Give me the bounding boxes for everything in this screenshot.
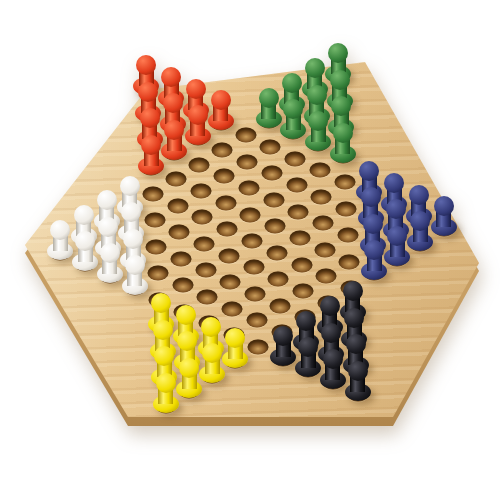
board-hole[interactable]	[146, 239, 167, 254]
peg-head	[186, 79, 206, 99]
peg-head	[348, 361, 368, 381]
peg-black[interactable]	[270, 326, 296, 366]
board-hole[interactable]	[314, 242, 335, 257]
board-hole[interactable]	[142, 186, 163, 201]
peg-head	[123, 229, 143, 249]
peg-head	[120, 176, 140, 196]
peg-green[interactable]	[256, 88, 282, 128]
board-hole[interactable]	[242, 234, 263, 249]
peg-head	[409, 185, 429, 205]
peg-head	[305, 58, 325, 78]
peg-head	[188, 105, 208, 125]
board-hole[interactable]	[237, 154, 258, 169]
peg-red[interactable]	[185, 105, 211, 145]
board-hole[interactable]	[238, 181, 259, 196]
product-photo	[0, 0, 500, 500]
peg-head	[201, 317, 221, 337]
board-hole[interactable]	[339, 254, 360, 269]
board-hole[interactable]	[285, 151, 306, 166]
peg-head	[282, 73, 302, 93]
peg-head	[141, 135, 161, 155]
peg-head	[259, 88, 279, 108]
board-hole[interactable]	[218, 248, 239, 263]
board-hole[interactable]	[268, 272, 289, 287]
peg-head	[125, 255, 145, 275]
peg-head	[321, 323, 341, 343]
board-hole[interactable]	[212, 142, 233, 157]
board-hole[interactable]	[263, 192, 284, 207]
peg-red[interactable]	[208, 90, 234, 130]
board-hole[interactable]	[215, 195, 236, 210]
board-hole[interactable]	[147, 266, 168, 281]
board-hole[interactable]	[222, 301, 243, 316]
peg-head	[98, 217, 118, 237]
board-hole[interactable]	[170, 251, 191, 266]
board-hole[interactable]	[311, 189, 332, 204]
board-hole[interactable]	[336, 201, 357, 216]
peg-blue[interactable]	[407, 211, 433, 251]
board-hole[interactable]	[288, 204, 309, 219]
board-hole[interactable]	[167, 198, 188, 213]
board-hole[interactable]	[334, 175, 355, 190]
peg-head	[323, 349, 343, 369]
board-hole[interactable]	[289, 231, 310, 246]
peg-white[interactable]	[72, 231, 98, 271]
peg-head	[153, 320, 173, 340]
peg-head	[179, 358, 199, 378]
peg-head	[387, 226, 407, 246]
board-hole[interactable]	[197, 289, 218, 304]
board-hole[interactable]	[240, 207, 261, 222]
peg-blue[interactable]	[384, 226, 410, 266]
board-hole[interactable]	[189, 157, 210, 172]
board-hole[interactable]	[144, 213, 165, 228]
board-hole[interactable]	[245, 286, 266, 301]
board-hole[interactable]	[235, 128, 256, 143]
board-hole[interactable]	[194, 236, 215, 251]
board-hole[interactable]	[286, 178, 307, 193]
board-hole[interactable]	[246, 313, 267, 328]
peg-yellow[interactable]	[222, 328, 248, 368]
peg-white[interactable]	[97, 243, 123, 283]
board-hole[interactable]	[166, 172, 187, 187]
peg-head	[176, 305, 196, 325]
peg-blue[interactable]	[431, 196, 457, 236]
board-hole[interactable]	[265, 219, 286, 234]
board-hole[interactable]	[270, 298, 291, 313]
peg-head	[363, 214, 383, 234]
peg-head	[273, 326, 293, 346]
board-hole[interactable]	[169, 225, 190, 240]
peg-head	[386, 199, 406, 219]
peg-black[interactable]	[320, 349, 346, 389]
board-hole[interactable]	[190, 184, 211, 199]
peg-head	[74, 205, 94, 225]
board-hole[interactable]	[260, 139, 281, 154]
peg-yellow[interactable]	[199, 343, 225, 383]
peg-yellow[interactable]	[153, 373, 179, 413]
peg-red[interactable]	[138, 135, 164, 175]
peg-black[interactable]	[345, 361, 371, 401]
peg-head	[140, 108, 160, 128]
peg-red[interactable]	[161, 120, 187, 160]
peg-head	[384, 173, 404, 193]
board-hole[interactable]	[261, 166, 282, 181]
peg-green[interactable]	[330, 123, 356, 163]
board-hole[interactable]	[309, 163, 330, 178]
board-hole[interactable]	[316, 269, 337, 284]
board-hole[interactable]	[337, 228, 358, 243]
peg-white[interactable]	[122, 255, 148, 295]
board-hole[interactable]	[293, 283, 314, 298]
peg-head	[330, 70, 350, 90]
peg-green[interactable]	[305, 111, 331, 151]
board-hole[interactable]	[291, 257, 312, 272]
peg-head	[100, 243, 120, 263]
peg-head	[138, 82, 158, 102]
board-hole[interactable]	[220, 275, 241, 290]
board-hole[interactable]	[243, 260, 264, 275]
chinese-checkers-board	[0, 0, 500, 500]
peg-blue[interactable]	[361, 240, 387, 280]
peg-head	[50, 220, 70, 240]
peg-head	[97, 190, 117, 210]
board-hole[interactable]	[192, 210, 213, 225]
peg-yellow[interactable]	[176, 358, 202, 398]
peg-black[interactable]	[295, 337, 321, 377]
board-hole[interactable]	[195, 263, 216, 278]
board-hole[interactable]	[172, 278, 193, 293]
board-hole[interactable]	[213, 169, 234, 184]
peg-head	[307, 85, 327, 105]
peg-head	[434, 196, 454, 216]
peg-head	[333, 123, 353, 143]
board-hole[interactable]	[313, 216, 334, 231]
board-hole[interactable]	[248, 339, 269, 354]
peg-white[interactable]	[47, 220, 73, 260]
peg-head	[156, 373, 176, 393]
peg-head	[320, 296, 340, 316]
peg-green[interactable]	[280, 99, 306, 139]
board-hole[interactable]	[217, 222, 238, 237]
board-hole[interactable]	[266, 245, 287, 260]
